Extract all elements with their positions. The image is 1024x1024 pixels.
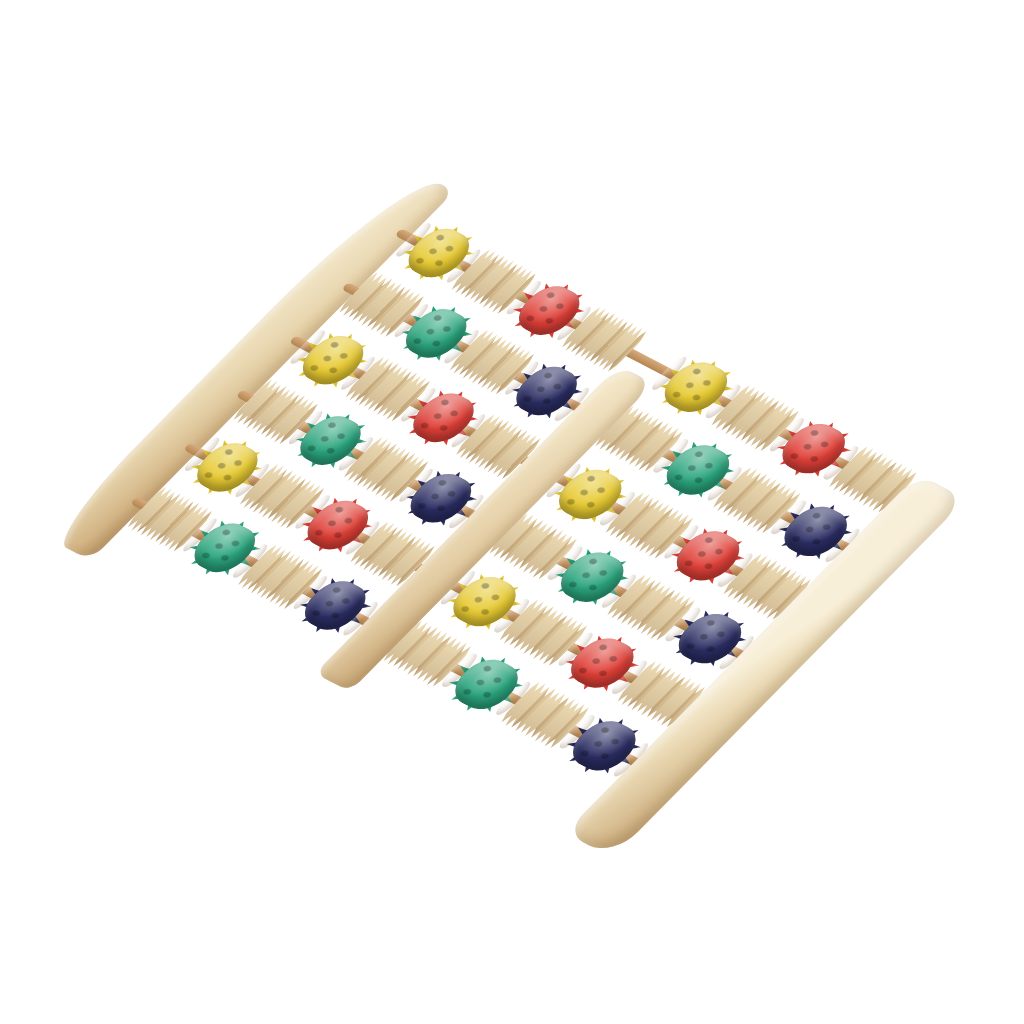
- foot-massage-roller-board: [69, 192, 987, 833]
- product-photo-white-background: [0, 0, 1024, 1024]
